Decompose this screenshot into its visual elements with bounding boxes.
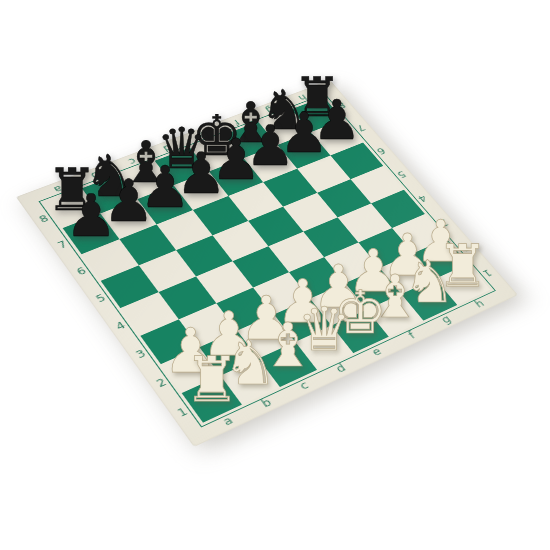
piece-white-rook-a1[interactable]: ♜ [184,349,240,411]
pieces-layer: ♜♞♝♛♚♝♞♜♟♟♟♟♟♟♟♟♟♟♟♟♟♟♟♟♜♞♝♛♚♝♞♜ [0,0,550,550]
piece-black-pawn-a7[interactable]: ♟ [65,187,118,246]
chess-set-photo: abcdefgh8877665544332211abcdefgh ♜♞♝♛♚♝♞… [0,0,550,550]
